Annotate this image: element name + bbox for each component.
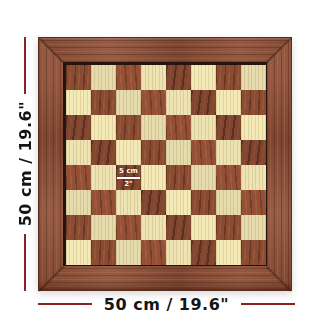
board-square [116, 115, 141, 140]
board-square [216, 115, 241, 140]
board-square [166, 215, 191, 240]
board-square [91, 165, 116, 190]
board-square [241, 165, 266, 190]
chess-board: 5 cm 2" [38, 37, 292, 291]
board-square [241, 190, 266, 215]
board-square [166, 240, 191, 265]
board-square [241, 90, 266, 115]
board-square [116, 240, 141, 265]
board-square [91, 65, 116, 90]
board-square [66, 115, 91, 140]
board-square [91, 115, 116, 140]
board-square [141, 190, 166, 215]
board-square [91, 190, 116, 215]
board-square [191, 140, 216, 165]
board-square [141, 65, 166, 90]
board-square [66, 165, 91, 190]
height-dimension-line-bottom [24, 234, 26, 291]
board-square [191, 165, 216, 190]
board-square [91, 140, 116, 165]
board-square [191, 215, 216, 240]
board-square [166, 115, 191, 140]
width-dimension: 50 cm / 19.6" [38, 293, 295, 315]
height-dimension-label: 50 cm / 19.6" [16, 101, 35, 226]
product-image: 5 cm 2" 50 cm / 19.6" 50 cm / 19.6" [0, 0, 330, 330]
width-dimension-line-right [241, 303, 295, 305]
board-square [216, 165, 241, 190]
board-inlay-border: 5 cm 2" [63, 62, 267, 266]
board-square [116, 215, 141, 240]
board-square [91, 215, 116, 240]
board-square [241, 240, 266, 265]
board-square [216, 90, 241, 115]
board-square [166, 190, 191, 215]
width-dimension-line-left [38, 303, 92, 305]
height-dimension-line-top [24, 37, 26, 94]
board-square [116, 140, 141, 165]
board-square [66, 190, 91, 215]
board-square [66, 215, 91, 240]
board-square [166, 65, 191, 90]
board-square [191, 90, 216, 115]
board-square [166, 165, 191, 190]
board-square [216, 140, 241, 165]
board-square [216, 215, 241, 240]
board-square [141, 240, 166, 265]
board-square [166, 140, 191, 165]
width-dimension-label: 50 cm / 19.6" [104, 295, 229, 314]
board-square [216, 65, 241, 90]
board-square [141, 215, 166, 240]
square-size-ruler-line [117, 177, 140, 179]
board-square [91, 240, 116, 265]
board-square [191, 190, 216, 215]
frame-rail-left [39, 38, 63, 290]
board-square [241, 115, 266, 140]
board-square [241, 140, 266, 165]
board-square [116, 65, 141, 90]
board-square [166, 90, 191, 115]
board-square [66, 65, 91, 90]
board-square [141, 115, 166, 140]
board-grid [66, 65, 266, 265]
board-square [216, 190, 241, 215]
board-square [216, 240, 241, 265]
board-square [66, 140, 91, 165]
frame-rail-right [267, 38, 291, 290]
board-square [141, 140, 166, 165]
square-size-annotation: 5 cm 2" [116, 165, 141, 190]
board-square [241, 65, 266, 90]
square-size-inch-label: 2" [124, 180, 133, 188]
board-square [91, 90, 116, 115]
board-square [141, 165, 166, 190]
frame-rail-bottom [39, 266, 291, 290]
board-square [191, 240, 216, 265]
height-dimension: 50 cm / 19.6" [10, 37, 40, 291]
board-square [241, 215, 266, 240]
board-square [141, 90, 166, 115]
board-square [191, 115, 216, 140]
frame-rail-top [39, 38, 291, 62]
board-square [116, 90, 141, 115]
board-square [66, 90, 91, 115]
board-square [191, 65, 216, 90]
board-square [66, 240, 91, 265]
board-square [116, 190, 141, 215]
square-size-cm-label: 5 cm [119, 167, 138, 175]
